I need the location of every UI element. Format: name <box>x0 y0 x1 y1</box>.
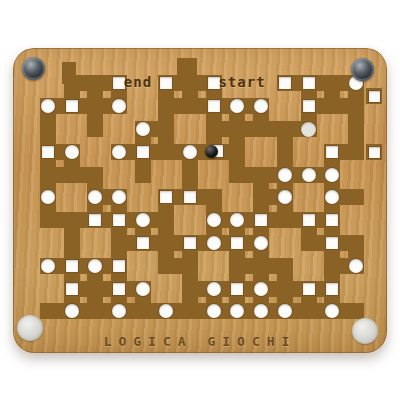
page-background: end start LOGICA GIOCHI <box>0 0 400 400</box>
brand-logo-text: LOGICA GIOCHI <box>13 334 387 349</box>
start-label: start <box>216 74 268 90</box>
end-label: end <box>116 74 160 90</box>
screw-top-right-icon <box>351 58 374 81</box>
magnet-bottom-right-icon <box>352 318 378 344</box>
magnet-bottom-left-icon <box>17 315 43 341</box>
puzzle-board <box>13 48 387 353</box>
screw-top-left-icon <box>22 57 45 80</box>
